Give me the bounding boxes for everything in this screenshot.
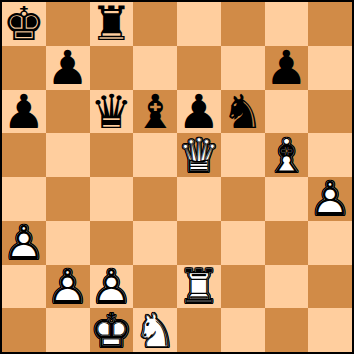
piece-glyph: ♖ [177,265,221,309]
piece-glyph: ♜ [90,2,134,46]
piece-glyph: ♝ [133,90,177,134]
square-h7[interactable] [308,46,352,90]
square-e1[interactable] [177,308,221,352]
square-d7[interactable] [133,46,177,90]
white-pawn[interactable]: ♟♙ [90,265,134,309]
square-d2[interactable] [133,265,177,309]
white-knight[interactable]: ♞♘ [133,308,177,352]
square-e8[interactable] [177,2,221,46]
square-a6[interactable]: ♟ [2,90,46,134]
square-b3[interactable] [46,221,90,265]
square-f7[interactable] [221,46,265,90]
square-f8[interactable] [221,2,265,46]
piece-glyph: ♙ [90,265,134,309]
square-a7[interactable] [2,46,46,90]
piece-glyph: ♟ [265,46,309,90]
square-h3[interactable] [308,221,352,265]
square-a8[interactable]: ♚ [2,2,46,46]
square-b2[interactable]: ♟♙ [46,265,90,309]
white-bishop[interactable]: ♝♗ [265,133,309,177]
square-f5[interactable] [221,133,265,177]
square-g5[interactable]: ♝♗ [265,133,309,177]
square-g7[interactable]: ♟ [265,46,309,90]
square-e3[interactable] [177,221,221,265]
square-c1[interactable]: ♚♔ [90,308,134,352]
square-e7[interactable] [177,46,221,90]
square-e6[interactable]: ♟ [177,90,221,134]
square-d5[interactable] [133,133,177,177]
white-pawn[interactable]: ♟♙ [2,221,46,265]
square-b7[interactable]: ♟ [46,46,90,90]
square-b1[interactable] [46,308,90,352]
square-d3[interactable] [133,221,177,265]
chess-board: ♚♜♟♟♟♛♝♟♞♛♕♝♗♟♙♟♙♟♙♟♙♜♖♚♔♞♘ [0,0,354,354]
square-b5[interactable] [46,133,90,177]
square-g6[interactable] [265,90,309,134]
square-b4[interactable] [46,177,90,221]
black-pawn[interactable]: ♟ [177,90,221,134]
square-d4[interactable] [133,177,177,221]
square-f4[interactable] [221,177,265,221]
square-h1[interactable] [308,308,352,352]
square-c8[interactable]: ♜ [90,2,134,46]
square-d8[interactable] [133,2,177,46]
black-bishop[interactable]: ♝ [133,90,177,134]
black-rook[interactable]: ♜ [90,2,134,46]
square-d6[interactable]: ♝ [133,90,177,134]
white-pawn[interactable]: ♟♙ [308,177,352,221]
black-pawn[interactable]: ♟ [2,90,46,134]
square-e2[interactable]: ♜♖ [177,265,221,309]
square-b6[interactable] [46,90,90,134]
square-h8[interactable] [308,2,352,46]
piece-glyph: ♙ [46,265,90,309]
piece-glyph: ♞ [221,90,265,134]
square-e4[interactable] [177,177,221,221]
square-h6[interactable] [308,90,352,134]
black-knight[interactable]: ♞ [221,90,265,134]
black-king[interactable]: ♚ [2,2,46,46]
square-f6[interactable]: ♞ [221,90,265,134]
square-h4[interactable]: ♟♙ [308,177,352,221]
piece-glyph: ♕ [177,133,221,177]
square-a5[interactable] [2,133,46,177]
piece-glyph: ♙ [2,221,46,265]
black-pawn[interactable]: ♟ [46,46,90,90]
square-a1[interactable] [2,308,46,352]
square-c7[interactable] [90,46,134,90]
piece-glyph: ♔ [90,308,134,352]
square-c5[interactable] [90,133,134,177]
piece-glyph: ♛ [90,90,134,134]
square-c6[interactable]: ♛ [90,90,134,134]
square-c4[interactable] [90,177,134,221]
piece-glyph: ♘ [133,308,177,352]
black-queen[interactable]: ♛ [90,90,134,134]
white-king[interactable]: ♚♔ [90,308,134,352]
square-e5[interactable]: ♛♕ [177,133,221,177]
piece-glyph: ♟ [2,90,46,134]
square-g3[interactable] [265,221,309,265]
square-c3[interactable] [90,221,134,265]
black-pawn[interactable]: ♟ [265,46,309,90]
piece-glyph: ♚ [2,2,46,46]
piece-glyph: ♙ [308,177,352,221]
square-c2[interactable]: ♟♙ [90,265,134,309]
piece-glyph: ♗ [265,133,309,177]
white-rook[interactable]: ♜♖ [177,265,221,309]
square-h2[interactable] [308,265,352,309]
square-f1[interactable] [221,308,265,352]
white-pawn[interactable]: ♟♙ [46,265,90,309]
square-f3[interactable] [221,221,265,265]
square-g1[interactable] [265,308,309,352]
square-a2[interactable] [2,265,46,309]
square-d1[interactable]: ♞♘ [133,308,177,352]
square-a3[interactable]: ♟♙ [2,221,46,265]
piece-glyph: ♟ [177,90,221,134]
square-g4[interactable] [265,177,309,221]
piece-glyph: ♟ [46,46,90,90]
square-g2[interactable] [265,265,309,309]
square-f2[interactable] [221,265,265,309]
white-queen[interactable]: ♛♕ [177,133,221,177]
